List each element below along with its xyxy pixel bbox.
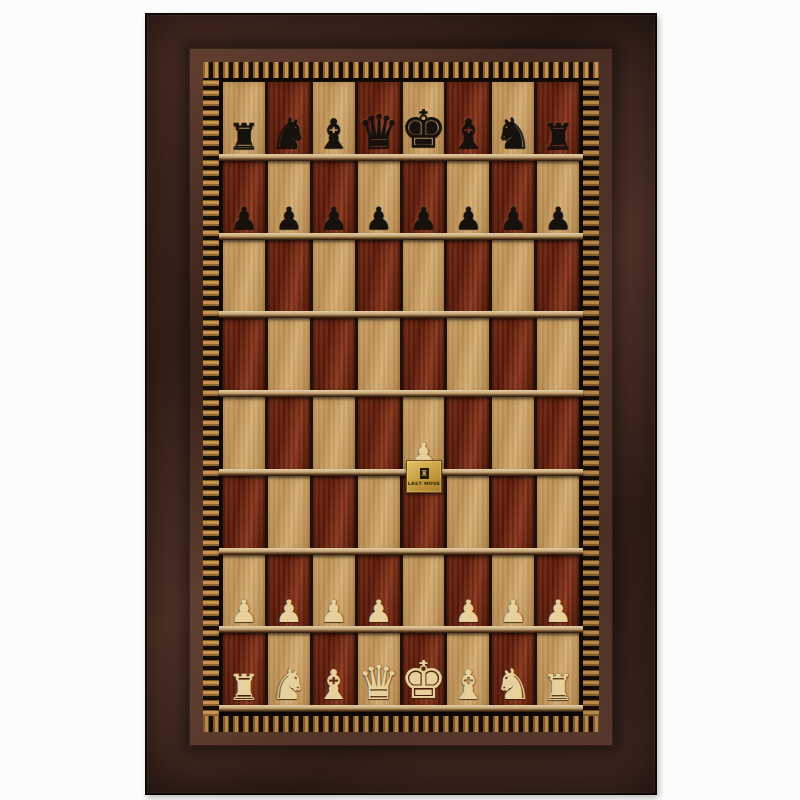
square-f8[interactable]: ♝: [447, 82, 489, 161]
dentil-band-top: [203, 62, 599, 78]
white-rook-a1[interactable]: ♜: [228, 670, 260, 706]
chess-board: ♜♞♝♛♚♝♞♜♟♟♟♟♟♟♟♟♟♟♟♟♟♟♟♟♜♞♝♛♚♝♞♜♜LAST MO…: [223, 82, 579, 712]
black-pawn-g7[interactable]: ♟: [499, 203, 527, 234]
black-king-e8[interactable]: ♚: [400, 103, 447, 155]
square-g3[interactable]: [492, 476, 534, 555]
square-d8[interactable]: ♛: [358, 82, 400, 161]
square-d5[interactable]: [358, 318, 400, 397]
square-b1[interactable]: ♞: [268, 633, 310, 712]
square-b4[interactable]: [268, 397, 310, 476]
black-pawn-e7[interactable]: ♟: [410, 203, 438, 234]
piece-shelf-row-3: [219, 548, 583, 555]
square-g1[interactable]: ♞: [492, 633, 534, 712]
square-h6[interactable]: [537, 240, 579, 319]
photo-background: ♜♞♝♛♚♝♞♜♟♟♟♟♟♟♟♟♟♟♟♟♟♟♟♟♜♞♝♛♚♝♞♜♜LAST MO…: [0, 0, 800, 800]
square-g8[interactable]: ♞: [492, 82, 534, 161]
picture-frame: ♜♞♝♛♚♝♞♜♟♟♟♟♟♟♟♟♟♟♟♟♟♟♟♟♜♞♝♛♚♝♞♜♜LAST MO…: [145, 13, 657, 795]
square-c5[interactable]: [313, 318, 355, 397]
white-bishop-f1[interactable]: ♝: [450, 665, 487, 706]
piece-shelf-row-7: [219, 233, 583, 240]
black-bishop-c8[interactable]: ♝: [315, 114, 352, 155]
square-c6[interactable]: [313, 240, 355, 319]
square-f2[interactable]: ♟: [447, 555, 489, 634]
square-d1[interactable]: ♛: [358, 633, 400, 712]
white-queen-d1[interactable]: ♛: [357, 659, 399, 706]
square-a3[interactable]: [223, 476, 265, 555]
square-b5[interactable]: [268, 318, 310, 397]
square-d3[interactable]: [358, 476, 400, 555]
square-c8[interactable]: ♝: [313, 82, 355, 161]
square-f4[interactable]: [447, 397, 489, 476]
square-g4[interactable]: [492, 397, 534, 476]
square-b7[interactable]: ♟: [268, 161, 310, 240]
black-pawn-h7[interactable]: ♟: [544, 203, 572, 234]
square-a4[interactable]: [223, 397, 265, 476]
square-h2[interactable]: ♟: [537, 555, 579, 634]
square-g7[interactable]: ♟: [492, 161, 534, 240]
black-queen-d8[interactable]: ♛: [357, 108, 399, 155]
square-a5[interactable]: [223, 318, 265, 397]
white-bishop-c1[interactable]: ♝: [315, 665, 352, 706]
square-d6[interactable]: [358, 240, 400, 319]
black-rook-a8[interactable]: ♜: [228, 119, 260, 155]
black-knight-g8[interactable]: ♞: [494, 113, 532, 155]
square-h3[interactable]: [537, 476, 579, 555]
square-c7[interactable]: ♟: [313, 161, 355, 240]
plaque-logo-icon: ♜: [420, 468, 429, 479]
white-knight-g1[interactable]: ♞: [494, 664, 532, 706]
square-h8[interactable]: ♜: [537, 82, 579, 161]
white-pawn-a2[interactable]: ♟: [230, 596, 258, 627]
white-pawn-b2[interactable]: ♟: [275, 596, 303, 627]
square-h4[interactable]: [537, 397, 579, 476]
white-rook-h1[interactable]: ♜: [542, 670, 574, 706]
square-d4[interactable]: [358, 397, 400, 476]
square-c1[interactable]: ♝: [313, 633, 355, 712]
dentil-band-bottom: [203, 716, 599, 732]
white-pawn-g2[interactable]: ♟: [499, 596, 527, 627]
plaque-label: LAST MOVE: [408, 481, 441, 486]
dentil-band-left: [203, 78, 219, 716]
square-b6[interactable]: [268, 240, 310, 319]
dentil-band-right: [583, 78, 599, 716]
square-e2[interactable]: [403, 555, 445, 634]
square-f7[interactable]: ♟: [447, 161, 489, 240]
black-bishop-f8[interactable]: ♝: [450, 114, 487, 155]
square-h1[interactable]: ♜: [537, 633, 579, 712]
black-pawn-b7[interactable]: ♟: [275, 203, 303, 234]
square-a1[interactable]: ♜: [223, 633, 265, 712]
white-pawn-c2[interactable]: ♟: [320, 596, 348, 627]
square-a8[interactable]: ♜: [223, 82, 265, 161]
square-h5[interactable]: [537, 318, 579, 397]
black-pawn-c7[interactable]: ♟: [320, 203, 348, 234]
square-c3[interactable]: [313, 476, 355, 555]
square-a6[interactable]: [223, 240, 265, 319]
square-e6[interactable]: [403, 240, 445, 319]
black-knight-b8[interactable]: ♞: [270, 113, 308, 155]
piece-shelf-row-6: [219, 311, 583, 318]
square-e5[interactable]: [403, 318, 445, 397]
square-c4[interactable]: [313, 397, 355, 476]
square-b2[interactable]: ♟: [268, 555, 310, 634]
white-king-e1[interactable]: ♚: [400, 654, 447, 706]
square-g6[interactable]: [492, 240, 534, 319]
square-g2[interactable]: ♟: [492, 555, 534, 634]
black-pawn-f7[interactable]: ♟: [454, 203, 482, 234]
square-e1[interactable]: ♚: [403, 633, 445, 712]
white-knight-b1[interactable]: ♞: [270, 664, 308, 706]
square-g5[interactable]: [492, 318, 534, 397]
last-move-plaque: ♜LAST MOVE: [406, 460, 442, 493]
white-pawn-f2[interactable]: ♟: [454, 596, 482, 627]
black-pawn-a7[interactable]: ♟: [230, 203, 258, 234]
white-pawn-h2[interactable]: ♟: [544, 596, 572, 627]
square-a2[interactable]: ♟: [223, 555, 265, 634]
square-b3[interactable]: [268, 476, 310, 555]
square-f1[interactable]: ♝: [447, 633, 489, 712]
piece-shelf-row-5: [219, 390, 583, 397]
square-f3[interactable]: [447, 476, 489, 555]
square-a7[interactable]: ♟: [223, 161, 265, 240]
piece-shelf-row-4: [219, 469, 583, 476]
black-rook-h8[interactable]: ♜: [542, 119, 574, 155]
square-h7[interactable]: ♟: [537, 161, 579, 240]
white-pawn-d2[interactable]: ♟: [365, 596, 393, 627]
black-pawn-d7[interactable]: ♟: [365, 203, 393, 234]
square-e8[interactable]: ♚: [403, 82, 445, 161]
square-f6[interactable]: [447, 240, 489, 319]
square-f5[interactable]: [447, 318, 489, 397]
square-e7[interactable]: ♟: [403, 161, 445, 240]
square-b8[interactable]: ♞: [268, 82, 310, 161]
square-d7[interactable]: ♟: [358, 161, 400, 240]
piece-shelf-row-2: [219, 626, 583, 633]
square-c2[interactable]: ♟: [313, 555, 355, 634]
square-d2[interactable]: ♟: [358, 555, 400, 634]
